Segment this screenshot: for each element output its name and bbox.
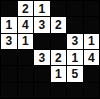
digit-cell-r2c1: 1 xyxy=(1,17,17,32)
digit-cell-r4c6: 4 xyxy=(84,50,100,65)
black-cell-r2c5 xyxy=(67,17,83,32)
digit-cell-r5c5: 5 xyxy=(67,66,83,81)
black-cell-r2c6 xyxy=(84,17,100,32)
digit-cell-r3c5: 3 xyxy=(67,34,83,49)
black-cell-r1c6 xyxy=(84,1,100,16)
black-cell-r6c1 xyxy=(1,83,17,98)
digit-cell-r3c1: 3 xyxy=(1,34,17,49)
digit-cell-r1c3: 1 xyxy=(34,1,50,16)
black-cell-r1c4 xyxy=(51,1,67,16)
black-cell-r4c2 xyxy=(18,50,34,65)
digit-cell-r1c2: 2 xyxy=(18,1,34,16)
black-cell-r3c4 xyxy=(51,34,67,49)
digit-cell-r2c3: 3 xyxy=(34,17,50,32)
puzzle-board: 2114323131321415 xyxy=(0,0,100,99)
black-cell-r4c1 xyxy=(1,50,17,65)
black-cell-r6c6 xyxy=(84,83,100,98)
black-cell-r6c3 xyxy=(34,83,50,98)
black-cell-r5c1 xyxy=(1,66,17,81)
black-cell-r1c1 xyxy=(1,1,17,16)
digit-cell-r3c2: 1 xyxy=(18,34,34,49)
digit-cell-r5c4: 1 xyxy=(51,66,67,81)
black-cell-r5c3 xyxy=(34,66,50,81)
digit-cell-r3c6: 1 xyxy=(84,34,100,49)
black-cell-r5c2 xyxy=(18,66,34,81)
black-cell-r6c4 xyxy=(51,83,67,98)
digit-cell-r2c4: 2 xyxy=(51,17,67,32)
black-cell-r6c2 xyxy=(18,83,34,98)
black-cell-r5c6 xyxy=(84,66,100,81)
black-cell-r1c5 xyxy=(67,1,83,16)
digit-cell-r2c2: 4 xyxy=(18,17,34,32)
black-cell-r6c5 xyxy=(67,83,83,98)
digit-cell-r4c4: 2 xyxy=(51,50,67,65)
digit-cell-r4c3: 3 xyxy=(34,50,50,65)
digit-cell-r4c5: 1 xyxy=(67,50,83,65)
black-cell-r3c3 xyxy=(34,34,50,49)
